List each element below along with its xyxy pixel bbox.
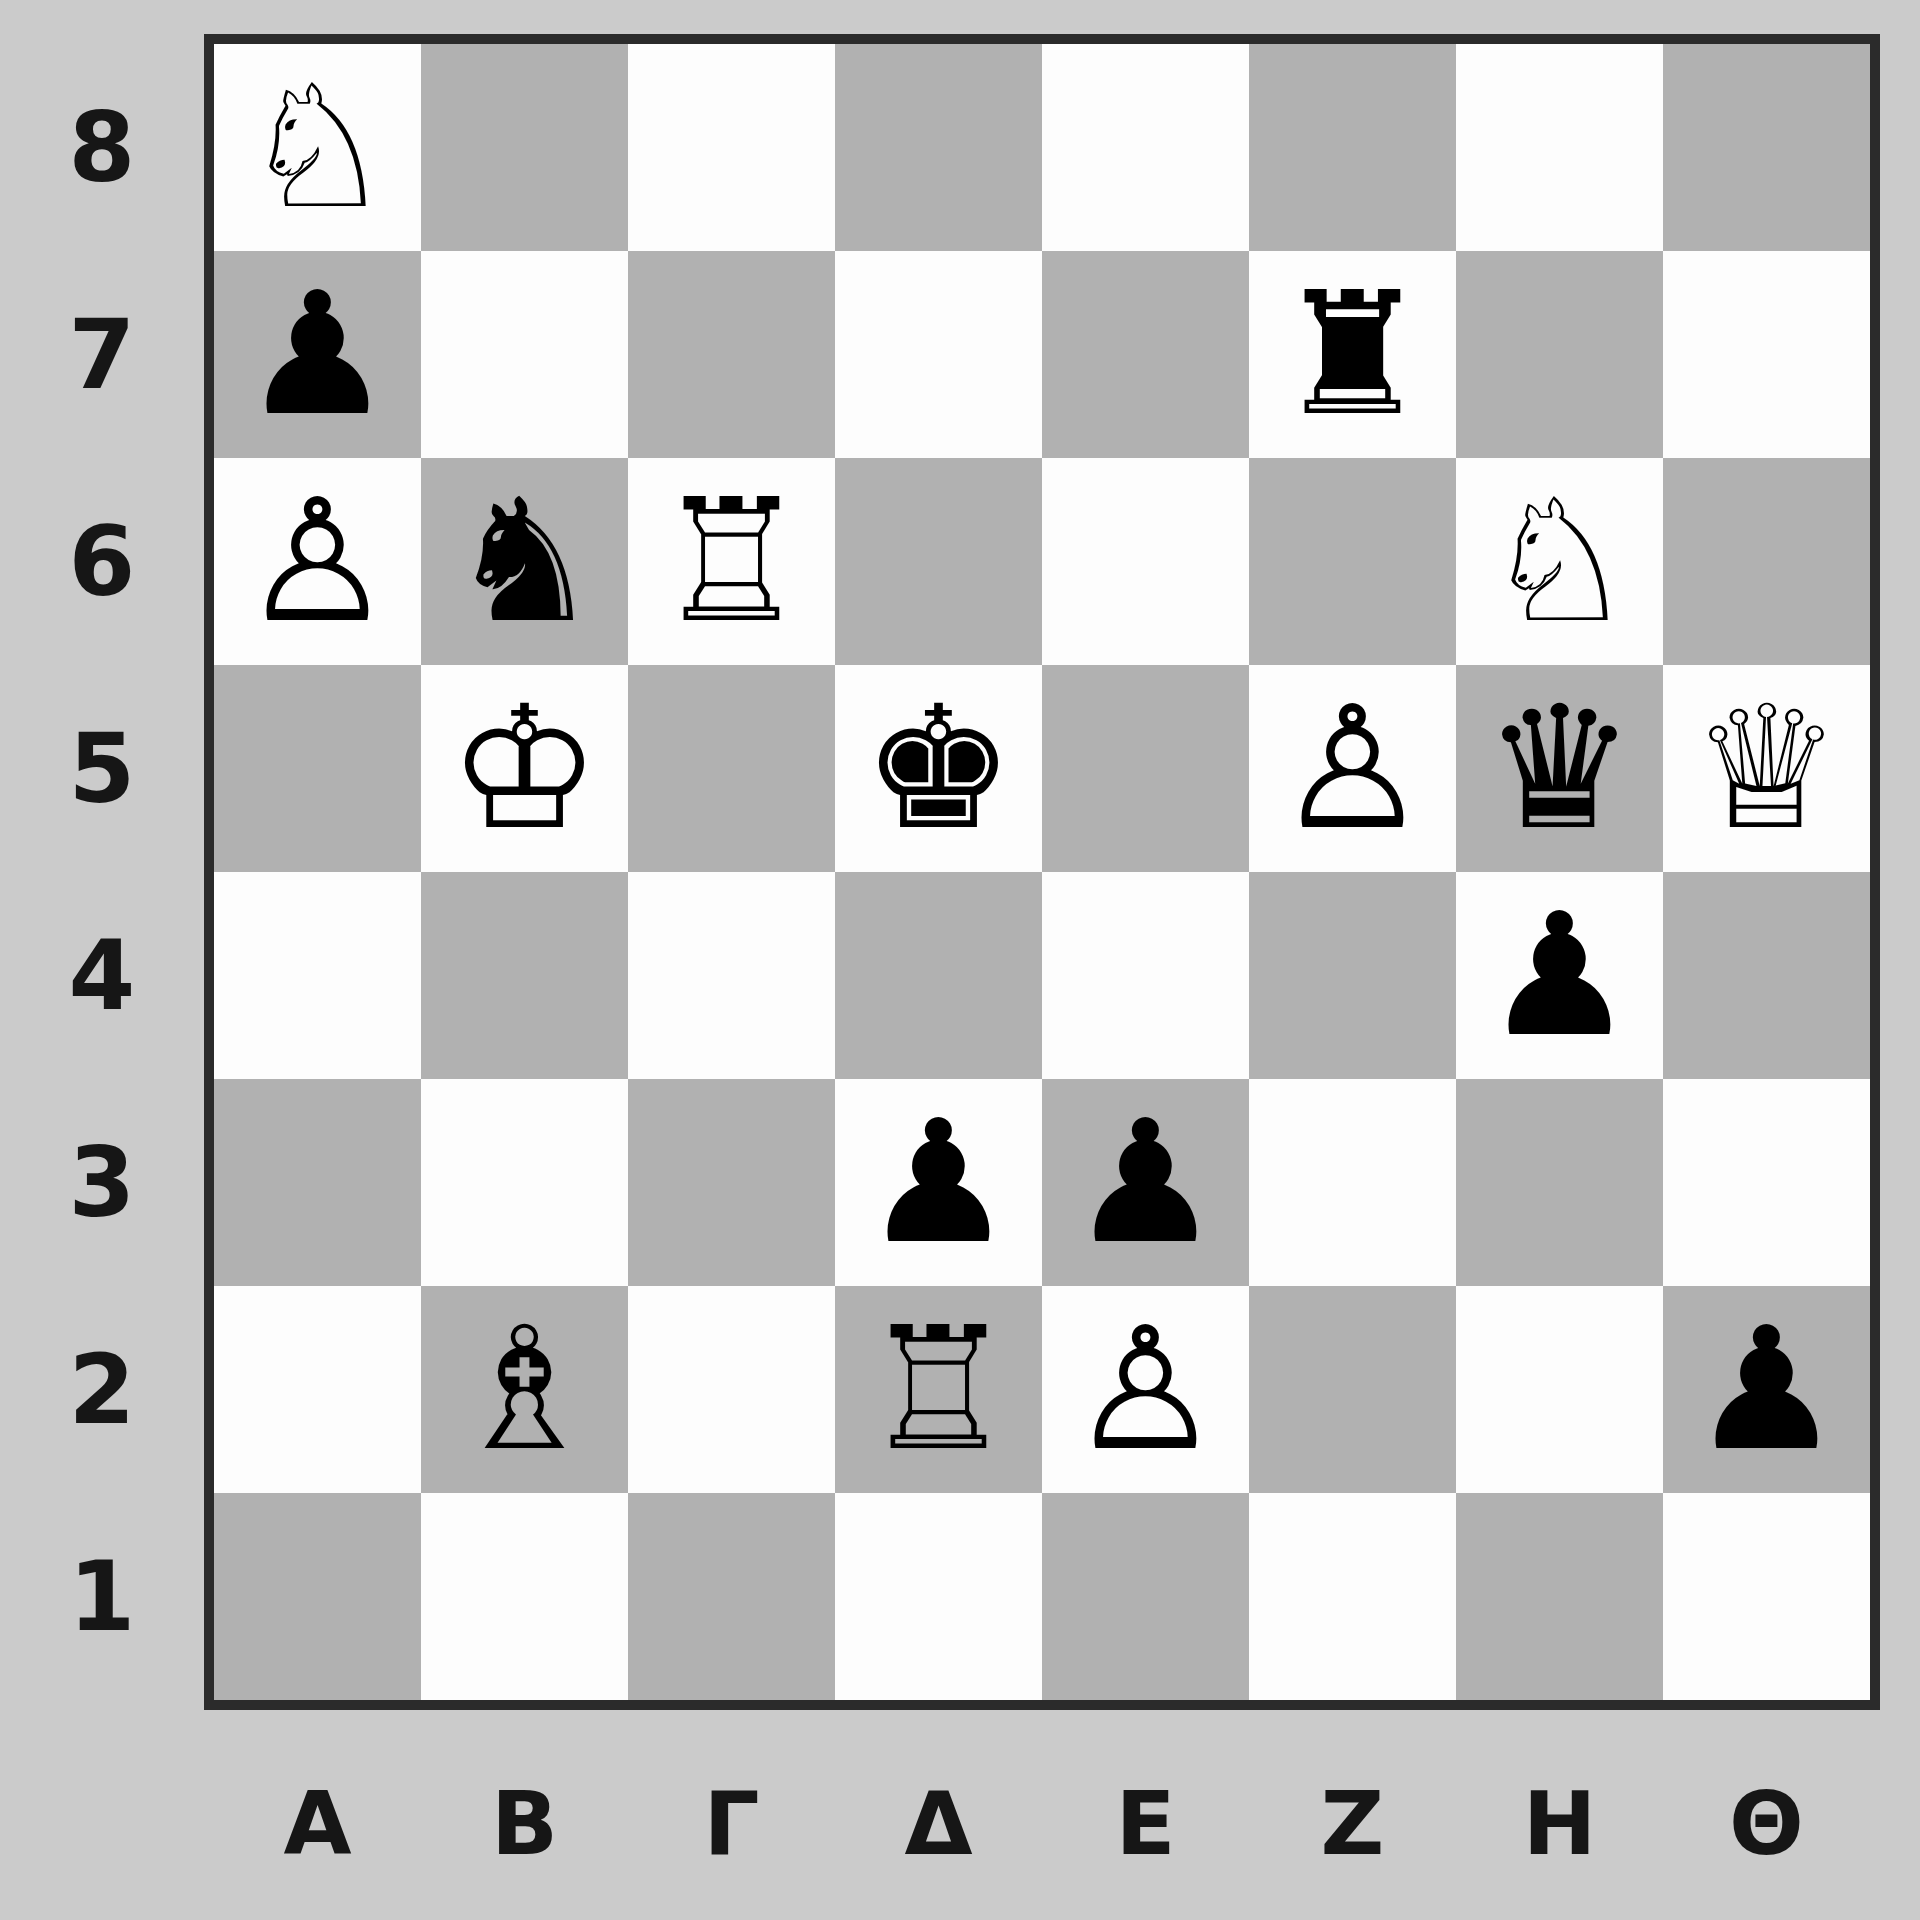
piece-white-rook-c6[interactable]: ♖	[655, 458, 807, 665]
square-g8[interactable]	[1456, 44, 1663, 251]
file-label-a: Α	[214, 1726, 421, 1920]
square-a5[interactable]	[214, 665, 421, 872]
rank-label-4: 4	[0, 872, 204, 1079]
square-g4[interactable]: ♟	[1456, 872, 1663, 1079]
square-f2[interactable]	[1249, 1286, 1456, 1493]
square-d1[interactable]	[835, 1493, 1042, 1700]
piece-white-knight-a8[interactable]: ♘	[241, 44, 393, 251]
square-d3[interactable]: ♟	[835, 1079, 1042, 1286]
square-e1[interactable]	[1042, 1493, 1249, 1700]
piece-black-pawn-e3[interactable]: ♟	[1069, 1079, 1221, 1286]
square-c6[interactable]: ♖	[628, 458, 835, 665]
square-c2[interactable]	[628, 1286, 835, 1493]
rank-label-3: 3	[0, 1079, 204, 1286]
square-h1[interactable]	[1663, 1493, 1870, 1700]
square-b6[interactable]: ♞	[421, 458, 628, 665]
square-b1[interactable]	[421, 1493, 628, 1700]
rank-labels: 87654321	[0, 44, 204, 1700]
square-h4[interactable]	[1663, 872, 1870, 1079]
square-e7[interactable]	[1042, 251, 1249, 458]
square-g6[interactable]: ♘	[1456, 458, 1663, 665]
piece-black-pawn-d3[interactable]: ♟	[862, 1079, 1014, 1286]
square-e4[interactable]	[1042, 872, 1249, 1079]
square-f8[interactable]	[1249, 44, 1456, 251]
square-c3[interactable]	[628, 1079, 835, 1286]
piece-black-pawn-h2[interactable]: ♟	[1690, 1286, 1842, 1493]
chess-diagram-page: 87654321 ♘♟♜♙♞♖♘♔♚♙♛♕♟♟♟♗♖♙♟ ΑΒΓΔΕΖΗΘ	[0, 0, 1920, 1920]
square-b8[interactable]	[421, 44, 628, 251]
piece-white-pawn-f5[interactable]: ♙	[1276, 665, 1428, 872]
square-a1[interactable]	[214, 1493, 421, 1700]
square-e3[interactable]: ♟	[1042, 1079, 1249, 1286]
file-label-h: Θ	[1663, 1726, 1870, 1920]
piece-white-rook-d2[interactable]: ♖	[862, 1286, 1014, 1493]
square-e2[interactable]: ♙	[1042, 1286, 1249, 1493]
square-d6[interactable]	[835, 458, 1042, 665]
square-h7[interactable]	[1663, 251, 1870, 458]
square-b4[interactable]	[421, 872, 628, 1079]
piece-black-pawn-g4[interactable]: ♟	[1483, 872, 1635, 1079]
piece-white-bishop-b2[interactable]: ♗	[448, 1286, 600, 1493]
file-label-g: Η	[1456, 1726, 1663, 1920]
square-d4[interactable]	[835, 872, 1042, 1079]
square-f6[interactable]	[1249, 458, 1456, 665]
file-label-b: Β	[421, 1726, 628, 1920]
piece-black-king-d5[interactable]: ♚	[862, 665, 1014, 872]
piece-white-king-b5[interactable]: ♔	[448, 665, 600, 872]
file-label-d: Δ	[835, 1726, 1042, 1920]
file-label-c: Γ	[628, 1726, 835, 1920]
square-d8[interactable]	[835, 44, 1042, 251]
square-f7[interactable]: ♜	[1249, 251, 1456, 458]
chess-board: ♘♟♜♙♞♖♘♔♚♙♛♕♟♟♟♗♖♙♟	[214, 44, 1870, 1700]
rank-label-2: 2	[0, 1286, 204, 1493]
rank-label-1: 1	[0, 1493, 204, 1700]
square-e8[interactable]	[1042, 44, 1249, 251]
square-a6[interactable]: ♙	[214, 458, 421, 665]
square-d2[interactable]: ♖	[835, 1286, 1042, 1493]
square-b2[interactable]: ♗	[421, 1286, 628, 1493]
square-d5[interactable]: ♚	[835, 665, 1042, 872]
square-c5[interactable]	[628, 665, 835, 872]
file-label-e: Ε	[1042, 1726, 1249, 1920]
piece-white-knight-g6[interactable]: ♘	[1483, 458, 1635, 665]
square-f3[interactable]	[1249, 1079, 1456, 1286]
square-c8[interactable]	[628, 44, 835, 251]
board-frame: ♘♟♜♙♞♖♘♔♚♙♛♕♟♟♟♗♖♙♟	[204, 34, 1880, 1710]
rank-label-8: 8	[0, 44, 204, 251]
square-b7[interactable]	[421, 251, 628, 458]
piece-white-pawn-a6[interactable]: ♙	[241, 458, 393, 665]
square-c7[interactable]	[628, 251, 835, 458]
square-h5[interactable]: ♕	[1663, 665, 1870, 872]
square-h6[interactable]	[1663, 458, 1870, 665]
square-b3[interactable]	[421, 1079, 628, 1286]
rank-label-5: 5	[0, 665, 204, 872]
square-e6[interactable]	[1042, 458, 1249, 665]
square-f5[interactable]: ♙	[1249, 665, 1456, 872]
piece-black-pawn-a7[interactable]: ♟	[241, 251, 393, 458]
square-f4[interactable]	[1249, 872, 1456, 1079]
piece-black-queen-g5[interactable]: ♛	[1483, 665, 1635, 872]
square-f1[interactable]	[1249, 1493, 1456, 1700]
square-c1[interactable]	[628, 1493, 835, 1700]
piece-black-knight-b6[interactable]: ♞	[448, 458, 600, 665]
piece-white-queen-h5[interactable]: ♕	[1690, 665, 1842, 872]
square-d7[interactable]	[835, 251, 1042, 458]
square-h8[interactable]	[1663, 44, 1870, 251]
square-h3[interactable]	[1663, 1079, 1870, 1286]
square-a4[interactable]	[214, 872, 421, 1079]
square-b5[interactable]: ♔	[421, 665, 628, 872]
square-a8[interactable]: ♘	[214, 44, 421, 251]
piece-white-pawn-e2[interactable]: ♙	[1069, 1286, 1221, 1493]
file-labels: ΑΒΓΔΕΖΗΘ	[214, 1726, 1870, 1920]
square-a7[interactable]: ♟	[214, 251, 421, 458]
file-label-f: Ζ	[1249, 1726, 1456, 1920]
square-g7[interactable]	[1456, 251, 1663, 458]
square-g5[interactable]: ♛	[1456, 665, 1663, 872]
square-c4[interactable]	[628, 872, 835, 1079]
square-g1[interactable]	[1456, 1493, 1663, 1700]
square-a3[interactable]	[214, 1079, 421, 1286]
square-h2[interactable]: ♟	[1663, 1286, 1870, 1493]
square-g2[interactable]	[1456, 1286, 1663, 1493]
piece-black-rook-f7[interactable]: ♜	[1276, 251, 1428, 458]
square-a2[interactable]	[214, 1286, 421, 1493]
square-e5[interactable]	[1042, 665, 1249, 872]
square-g3[interactable]	[1456, 1079, 1663, 1286]
rank-label-7: 7	[0, 251, 204, 458]
rank-label-6: 6	[0, 458, 204, 665]
